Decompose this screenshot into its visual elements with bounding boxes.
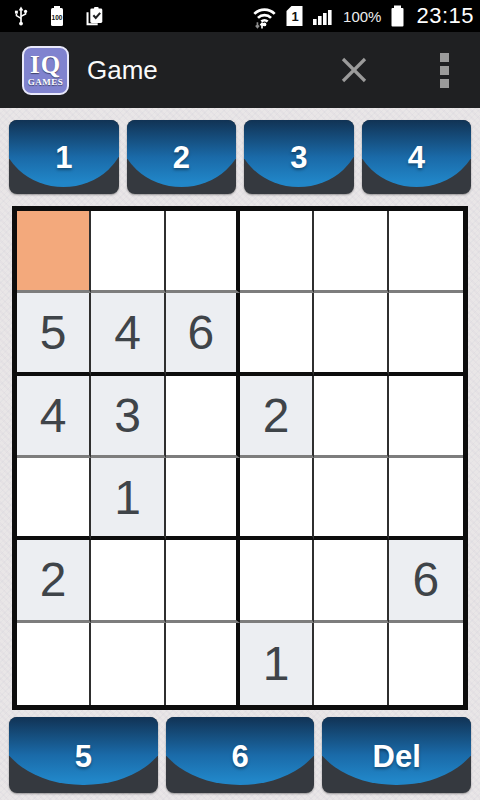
key-label: 2 [127, 140, 237, 176]
cell-r6c1[interactable] [17, 623, 91, 705]
close-icon[interactable] [326, 42, 382, 98]
keypad-top: 1234 [0, 120, 480, 194]
wifi-icon [251, 3, 278, 30]
cell-r6c4[interactable]: 1 [240, 623, 314, 705]
cell-r1c6[interactable] [389, 211, 463, 293]
cell-r5c6[interactable]: 6 [389, 540, 463, 622]
cell-r4c3[interactable] [166, 458, 240, 540]
cell-r1c3[interactable] [166, 211, 240, 293]
page-title: Game [87, 55, 326, 86]
overflow-menu-icon[interactable] [426, 42, 462, 98]
cell-r3c1[interactable]: 4 [17, 376, 91, 458]
sudoku-board: 5464321261 [12, 206, 468, 710]
cell-r3c6[interactable] [389, 376, 463, 458]
usb-icon [10, 4, 32, 28]
cell-r4c2[interactable]: 1 [91, 458, 165, 540]
cell-r5c2[interactable] [91, 540, 165, 622]
status-bar: 100 [0, 0, 480, 32]
key-2[interactable]: 2 [127, 120, 237, 194]
clock-label: 23:15 [416, 3, 474, 29]
cell-r1c2[interactable] [91, 211, 165, 293]
cell-r2c4[interactable] [240, 293, 314, 375]
app-logo: IQ GAMES [22, 46, 69, 95]
keypad-bottom: 56Del [0, 717, 480, 793]
cell-r2c5[interactable] [314, 293, 388, 375]
cell-r4c5[interactable] [314, 458, 388, 540]
cell-r4c6[interactable] [389, 458, 463, 540]
key-label: Del [322, 739, 471, 775]
key-label: 1 [9, 140, 119, 176]
clipboard-check-icon [82, 4, 106, 28]
cell-r2c2[interactable]: 4 [91, 293, 165, 375]
cell-r2c6[interactable] [389, 293, 463, 375]
svg-text:100: 100 [52, 14, 63, 21]
status-bar-right: 1 100% 23:15 [251, 3, 474, 30]
battery-100-icon: 100 [47, 4, 67, 28]
title-bar: IQ GAMES Game [0, 32, 480, 108]
svg-text:1: 1 [291, 9, 298, 24]
app-screen: 100 [0, 0, 480, 800]
key-del[interactable]: Del [322, 717, 471, 793]
cell-r3c3[interactable] [166, 376, 240, 458]
key-label: 3 [244, 140, 354, 176]
status-bar-left: 100 [10, 4, 106, 28]
cell-r3c5[interactable] [314, 376, 388, 458]
battery-icon [389, 3, 406, 29]
cell-r2c3[interactable]: 6 [166, 293, 240, 375]
key-4[interactable]: 4 [362, 120, 472, 194]
cell-r6c3[interactable] [166, 623, 240, 705]
cell-r5c1[interactable]: 2 [17, 540, 91, 622]
cell-r3c2[interactable]: 3 [91, 376, 165, 458]
logo-text-top: IQ [30, 52, 61, 77]
cell-r2c1[interactable]: 5 [17, 293, 91, 375]
cell-r1c4[interactable] [240, 211, 314, 293]
cell-r6c6[interactable] [389, 623, 463, 705]
logo-text-bottom: GAMES [28, 77, 64, 88]
key-label: 5 [9, 739, 158, 775]
key-5[interactable]: 5 [9, 717, 158, 793]
cell-r5c3[interactable] [166, 540, 240, 622]
cell-r1c1[interactable] [17, 211, 91, 293]
cell-r4c1[interactable] [17, 458, 91, 540]
key-3[interactable]: 3 [244, 120, 354, 194]
cell-r6c5[interactable] [314, 623, 388, 705]
battery-percent-label: 100% [343, 8, 381, 25]
cell-r4c4[interactable] [240, 458, 314, 540]
key-1[interactable]: 1 [9, 120, 119, 194]
cell-r1c5[interactable] [314, 211, 388, 293]
cell-r6c2[interactable] [91, 623, 165, 705]
key-6[interactable]: 6 [166, 717, 315, 793]
key-label: 4 [362, 140, 472, 176]
key-label: 6 [166, 739, 315, 775]
cell-r5c4[interactable] [240, 540, 314, 622]
cell-r3c4[interactable]: 2 [240, 376, 314, 458]
signal-strength-icon [311, 4, 335, 28]
sim-card-icon: 1 [284, 4, 305, 28]
cell-r5c5[interactable] [314, 540, 388, 622]
